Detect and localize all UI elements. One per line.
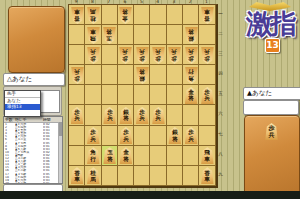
gote-piece-歩[interactable]: 歩兵 bbox=[152, 47, 165, 64]
piece-kanji: 兵 bbox=[188, 49, 194, 55]
piece-kanji: 兵 bbox=[139, 116, 145, 122]
piece-kanji: 車 bbox=[74, 9, 80, 15]
board-square[interactable] bbox=[150, 166, 166, 186]
rank-labels: 一二三四五六七八九 bbox=[217, 4, 224, 185]
rank-label: 二 bbox=[217, 24, 224, 44]
rank-label: 八 bbox=[217, 145, 224, 165]
file-label: 6 bbox=[117, 0, 133, 4]
rank-label: 五 bbox=[217, 84, 224, 104]
header-move-number: 手数 bbox=[4, 117, 15, 122]
dropdown-item[interactable] bbox=[5, 110, 40, 116]
piece-kanji: 香 bbox=[205, 15, 211, 21]
gote-piece-歩[interactable]: 歩兵 bbox=[185, 47, 198, 64]
piece-kanji: 兵 bbox=[188, 136, 194, 142]
piece-kanji: 将 bbox=[139, 69, 145, 75]
piece-kanji: 兵 bbox=[269, 132, 275, 138]
gote-piece-歩[interactable]: 歩兵 bbox=[119, 47, 132, 64]
board-square[interactable] bbox=[167, 5, 183, 25]
board-square[interactable] bbox=[85, 85, 101, 105]
board-square[interactable] bbox=[134, 5, 150, 25]
board-square[interactable] bbox=[118, 25, 134, 45]
gote-piece-銀[interactable]: 銀将 bbox=[185, 27, 198, 44]
piece-kanji: 歩 bbox=[139, 55, 145, 61]
board-square[interactable] bbox=[102, 5, 118, 25]
gote-piece-金[interactable]: 金将 bbox=[119, 7, 132, 24]
piece-kanji: 将 bbox=[123, 9, 129, 15]
board-square[interactable] bbox=[118, 65, 134, 85]
board-square[interactable]: 金将 bbox=[183, 85, 199, 105]
file-label: 9 bbox=[68, 0, 84, 4]
sente-piece-桂[interactable]: 桂馬 bbox=[87, 167, 100, 184]
file-label: 4 bbox=[149, 0, 165, 4]
sente-piece-玉[interactable]: 玉将 bbox=[103, 147, 116, 164]
board-square[interactable] bbox=[199, 65, 215, 85]
sente-piece-stand[interactable]: 歩兵 bbox=[244, 115, 300, 196]
board-square[interactable] bbox=[150, 25, 166, 45]
board-square[interactable] bbox=[102, 166, 118, 186]
piece-kanji: 銀 bbox=[188, 35, 194, 41]
rank-label: 六 bbox=[217, 104, 224, 124]
sente-piece-歩[interactable]: 歩兵 bbox=[185, 127, 198, 144]
file-labels: 987654321 bbox=[68, 0, 215, 4]
board-square[interactable]: 銀将 bbox=[167, 126, 183, 146]
piece-kanji: 車 bbox=[205, 9, 211, 15]
piece-kanji: 玉 bbox=[107, 35, 113, 41]
header-time: 時間 bbox=[43, 117, 57, 122]
piece-kanji: 兵 bbox=[90, 136, 96, 142]
board-square[interactable]: 香車 bbox=[199, 5, 215, 25]
board-square[interactable] bbox=[150, 85, 166, 105]
hand-piece-歩[interactable]: 歩兵 bbox=[265, 123, 278, 140]
board-square[interactable] bbox=[69, 126, 85, 146]
piece-kanji: 行 bbox=[188, 69, 194, 75]
app-window: 激指 13 987654321 一二三四五六七八九 香車桂馬金将香車飛車玉将銀将… bbox=[0, 0, 300, 199]
piece-kanji: 馬 bbox=[90, 176, 96, 182]
piece-kanji: 将 bbox=[123, 156, 129, 162]
piece-kanji: 桂 bbox=[90, 15, 96, 21]
board-square[interactable] bbox=[102, 45, 118, 65]
sente-piece-歩[interactable]: 歩兵 bbox=[103, 107, 116, 124]
board-square[interactable]: 歩兵 bbox=[150, 105, 166, 125]
gote-piece-桂[interactable]: 桂馬 bbox=[87, 7, 100, 24]
board-square[interactable] bbox=[102, 126, 118, 146]
piece-kanji: 金 bbox=[123, 15, 129, 21]
file-label: 1 bbox=[198, 0, 214, 4]
piece-kanji: 歩 bbox=[188, 55, 194, 61]
piece-kanji: 歩 bbox=[205, 55, 211, 61]
move-list-scrollbar[interactable] bbox=[58, 122, 63, 183]
piece-kanji: 兵 bbox=[139, 49, 145, 55]
header-move: 指し手 bbox=[15, 117, 43, 122]
file-label: 5 bbox=[133, 0, 149, 4]
piece-kanji: 兵 bbox=[172, 49, 178, 55]
board-square[interactable] bbox=[134, 126, 150, 146]
piece-kanji: 行 bbox=[90, 156, 96, 162]
board-square[interactable] bbox=[85, 65, 101, 85]
status-bar bbox=[0, 191, 300, 199]
board-square[interactable] bbox=[199, 25, 215, 45]
sente-piece-角[interactable]: 角行 bbox=[87, 147, 100, 164]
gote-piece-stand[interactable] bbox=[8, 6, 65, 73]
board-square[interactable] bbox=[69, 25, 85, 45]
gote-piece-歩[interactable]: 歩兵 bbox=[168, 47, 181, 64]
board-square[interactable] bbox=[167, 166, 183, 186]
board-square[interactable] bbox=[183, 146, 199, 166]
sente-piece-歩[interactable]: 歩兵 bbox=[201, 87, 214, 104]
board-square[interactable]: 香車 bbox=[69, 5, 85, 25]
player-select-dropdown[interactable]: 先手 あなた激指13 bbox=[4, 90, 41, 117]
piece-kanji: 将 bbox=[188, 29, 194, 35]
board-square[interactable] bbox=[167, 146, 183, 166]
piece-kanji: 歩 bbox=[90, 55, 96, 61]
board-square[interactable] bbox=[150, 126, 166, 146]
piece-kanji: 飛 bbox=[90, 35, 96, 41]
board-square[interactable] bbox=[150, 65, 166, 85]
board-square[interactable]: 歩兵 bbox=[85, 126, 101, 146]
piece-kanji: 兵 bbox=[74, 69, 80, 75]
sente-time-box bbox=[243, 100, 299, 115]
piece-kanji: 兵 bbox=[107, 116, 113, 122]
sente-piece-銀[interactable]: 銀将 bbox=[168, 127, 181, 144]
sente-piece-香[interactable]: 香車 bbox=[71, 167, 84, 184]
sente-player-name: ▲あなた bbox=[243, 87, 300, 100]
piece-kanji: 車 bbox=[205, 156, 211, 162]
board-square[interactable]: 歩兵 bbox=[199, 45, 215, 65]
gote-piece-銀[interactable]: 銀将 bbox=[136, 67, 149, 84]
board-square[interactable] bbox=[183, 166, 199, 186]
piece-kanji: 香 bbox=[74, 15, 80, 21]
board-square[interactable] bbox=[69, 85, 85, 105]
board-square[interactable]: 飛車 bbox=[199, 146, 215, 166]
piece-kanji: 角 bbox=[188, 75, 194, 81]
board-square[interactable] bbox=[118, 85, 134, 105]
board-square[interactable] bbox=[134, 85, 150, 105]
board-square[interactable]: 金将 bbox=[118, 5, 134, 25]
board-square[interactable] bbox=[183, 5, 199, 25]
board-square[interactable]: 歩兵 bbox=[85, 45, 101, 65]
piece-kanji: 兵 bbox=[205, 49, 211, 55]
piece-kanji: 兵 bbox=[156, 116, 162, 122]
board-square[interactable] bbox=[69, 146, 85, 166]
file-label: 2 bbox=[182, 0, 198, 4]
board-square[interactable]: 歩兵 bbox=[183, 45, 199, 65]
gekisashi-logo: 激指 13 bbox=[241, 2, 299, 62]
board-square[interactable]: 桂馬 bbox=[85, 5, 101, 25]
logo-version-badge: 13 bbox=[265, 38, 280, 53]
sente-piece-歩[interactable]: 歩兵 bbox=[152, 107, 165, 124]
rank-label: 四 bbox=[217, 64, 224, 84]
board-square[interactable] bbox=[69, 45, 85, 65]
rank-label: 九 bbox=[217, 165, 224, 185]
piece-kanji: 将 bbox=[107, 156, 113, 162]
sente-piece-飛[interactable]: 飛車 bbox=[201, 147, 214, 164]
board-square[interactable] bbox=[134, 25, 150, 45]
sente-piece-歩[interactable]: 歩兵 bbox=[119, 127, 132, 144]
board-square[interactable] bbox=[150, 5, 166, 25]
piece-kanji: 歩 bbox=[74, 75, 80, 81]
board-square[interactable]: 歩兵 bbox=[69, 65, 85, 85]
gote-piece-歩[interactable]: 歩兵 bbox=[71, 67, 84, 84]
gote-piece-香[interactable]: 香車 bbox=[201, 7, 214, 24]
piece-kanji: 将 bbox=[188, 96, 194, 102]
board-square[interactable]: 歩兵 bbox=[183, 126, 199, 146]
rank-label: 三 bbox=[217, 44, 224, 64]
board-square[interactable]: 歩兵 bbox=[134, 105, 150, 125]
sente-piece-歩[interactable]: 歩兵 bbox=[136, 107, 149, 124]
board-square[interactable]: 角行 bbox=[183, 65, 199, 85]
piece-kanji: 馬 bbox=[90, 9, 96, 15]
board-square[interactable] bbox=[102, 85, 118, 105]
shogi-board[interactable]: 香車桂馬金将香車飛車玉将銀将歩兵歩兵歩兵歩兵歩兵歩兵歩兵歩兵銀将角行金将歩兵歩兵… bbox=[68, 4, 218, 188]
board-square[interactable] bbox=[199, 105, 215, 125]
piece-kanji: 将 bbox=[172, 136, 178, 142]
scrollbar-thumb[interactable] bbox=[59, 122, 63, 136]
sente-piece-歩[interactable]: 歩兵 bbox=[87, 127, 100, 144]
board-square[interactable]: 歩兵 bbox=[167, 45, 183, 65]
gote-piece-歩[interactable]: 歩兵 bbox=[136, 47, 149, 64]
gote-piece-香[interactable]: 香車 bbox=[71, 7, 84, 24]
board-square[interactable] bbox=[118, 166, 134, 186]
rank-label: 七 bbox=[217, 125, 224, 145]
board-square[interactable] bbox=[199, 126, 215, 146]
board-square[interactable]: 歩兵 bbox=[134, 45, 150, 65]
board-square[interactable]: 香車 bbox=[199, 166, 215, 186]
board-square[interactable]: 香車 bbox=[69, 166, 85, 186]
piece-kanji: 歩 bbox=[123, 55, 129, 61]
board-square[interactable]: 歩兵 bbox=[150, 45, 166, 65]
gote-piece-玉[interactable]: 玉将 bbox=[103, 27, 116, 44]
board-square[interactable]: 角行 bbox=[85, 146, 101, 166]
piece-kanji: 将 bbox=[107, 29, 113, 35]
move-rows: 1▲２六歩0:022△８四歩0:013▲２五歩0:034△８五歩0:015▲７六… bbox=[4, 123, 62, 184]
piece-kanji: 兵 bbox=[205, 96, 211, 102]
gote-piece-歩[interactable]: 歩兵 bbox=[87, 47, 100, 64]
board-square[interactable] bbox=[102, 65, 118, 85]
piece-kanji: 銀 bbox=[139, 75, 145, 81]
file-label: 8 bbox=[84, 0, 100, 4]
file-label: 7 bbox=[101, 0, 117, 4]
piece-kanji: 将 bbox=[123, 116, 129, 122]
piece-kanji: 歩 bbox=[172, 55, 178, 61]
sente-piece-銀[interactable]: 銀将 bbox=[119, 107, 132, 124]
board-square[interactable] bbox=[183, 105, 199, 125]
piece-kanji: 兵 bbox=[123, 136, 129, 142]
board-square[interactable] bbox=[150, 146, 166, 166]
file-label: 3 bbox=[166, 0, 182, 4]
board-square[interactable]: 銀将 bbox=[134, 65, 150, 85]
logo-title: 激指 bbox=[241, 11, 299, 37]
piece-kanji: 兵 bbox=[90, 49, 96, 55]
board-square[interactable]: 玉将 bbox=[102, 146, 118, 166]
shogi-board-wrap: 987654321 一二三四五六七八九 香車桂馬金将香車飛車玉将銀将歩兵歩兵歩兵… bbox=[68, 4, 218, 188]
board-square[interactable]: 歩兵 bbox=[118, 45, 134, 65]
move-list-panel[interactable]: 手数 指し手 時間 1▲２六歩0:022△８四歩0:013▲２五歩0:034△８… bbox=[3, 116, 63, 184]
board-square[interactable]: 飛車 bbox=[85, 25, 101, 45]
board-square[interactable] bbox=[167, 85, 183, 105]
piece-kanji: 兵 bbox=[74, 116, 80, 122]
board-square[interactable] bbox=[134, 166, 150, 186]
board-square[interactable] bbox=[167, 25, 183, 45]
rank-label: 一 bbox=[217, 4, 224, 24]
board-square[interactable]: 桂馬 bbox=[85, 166, 101, 186]
sente-piece-歩[interactable]: 歩兵 bbox=[71, 107, 84, 124]
board-square[interactable]: 銀将 bbox=[118, 105, 134, 125]
board-square[interactable]: 玉将 bbox=[102, 25, 118, 45]
board-square[interactable]: 歩兵 bbox=[118, 126, 134, 146]
piece-kanji: 歩 bbox=[156, 55, 162, 61]
gote-piece-歩[interactable]: 歩兵 bbox=[201, 47, 214, 64]
gote-player-name: △あなた bbox=[3, 73, 65, 86]
piece-kanji: 兵 bbox=[156, 49, 162, 55]
sente-piece-金[interactable]: 金将 bbox=[185, 87, 198, 104]
board-square[interactable] bbox=[85, 105, 101, 125]
board-square[interactable]: 銀将 bbox=[183, 25, 199, 45]
sente-piece-香[interactable]: 香車 bbox=[201, 167, 214, 184]
sente-piece-金[interactable]: 金将 bbox=[119, 147, 132, 164]
board-square[interactable]: 歩兵 bbox=[102, 105, 118, 125]
piece-kanji: 車 bbox=[90, 29, 96, 35]
gote-piece-飛[interactable]: 飛車 bbox=[87, 27, 100, 44]
board-square[interactable]: 歩兵 bbox=[69, 105, 85, 125]
board-square[interactable]: 金将 bbox=[118, 146, 134, 166]
board-square[interactable]: 歩兵 bbox=[199, 85, 215, 105]
board-square[interactable] bbox=[134, 146, 150, 166]
gote-piece-角[interactable]: 角行 bbox=[185, 67, 198, 84]
board-square[interactable] bbox=[167, 105, 183, 125]
piece-kanji: 兵 bbox=[123, 49, 129, 55]
piece-kanji: 車 bbox=[205, 176, 211, 182]
board-square[interactable] bbox=[167, 65, 183, 85]
piece-kanji: 車 bbox=[74, 176, 80, 182]
